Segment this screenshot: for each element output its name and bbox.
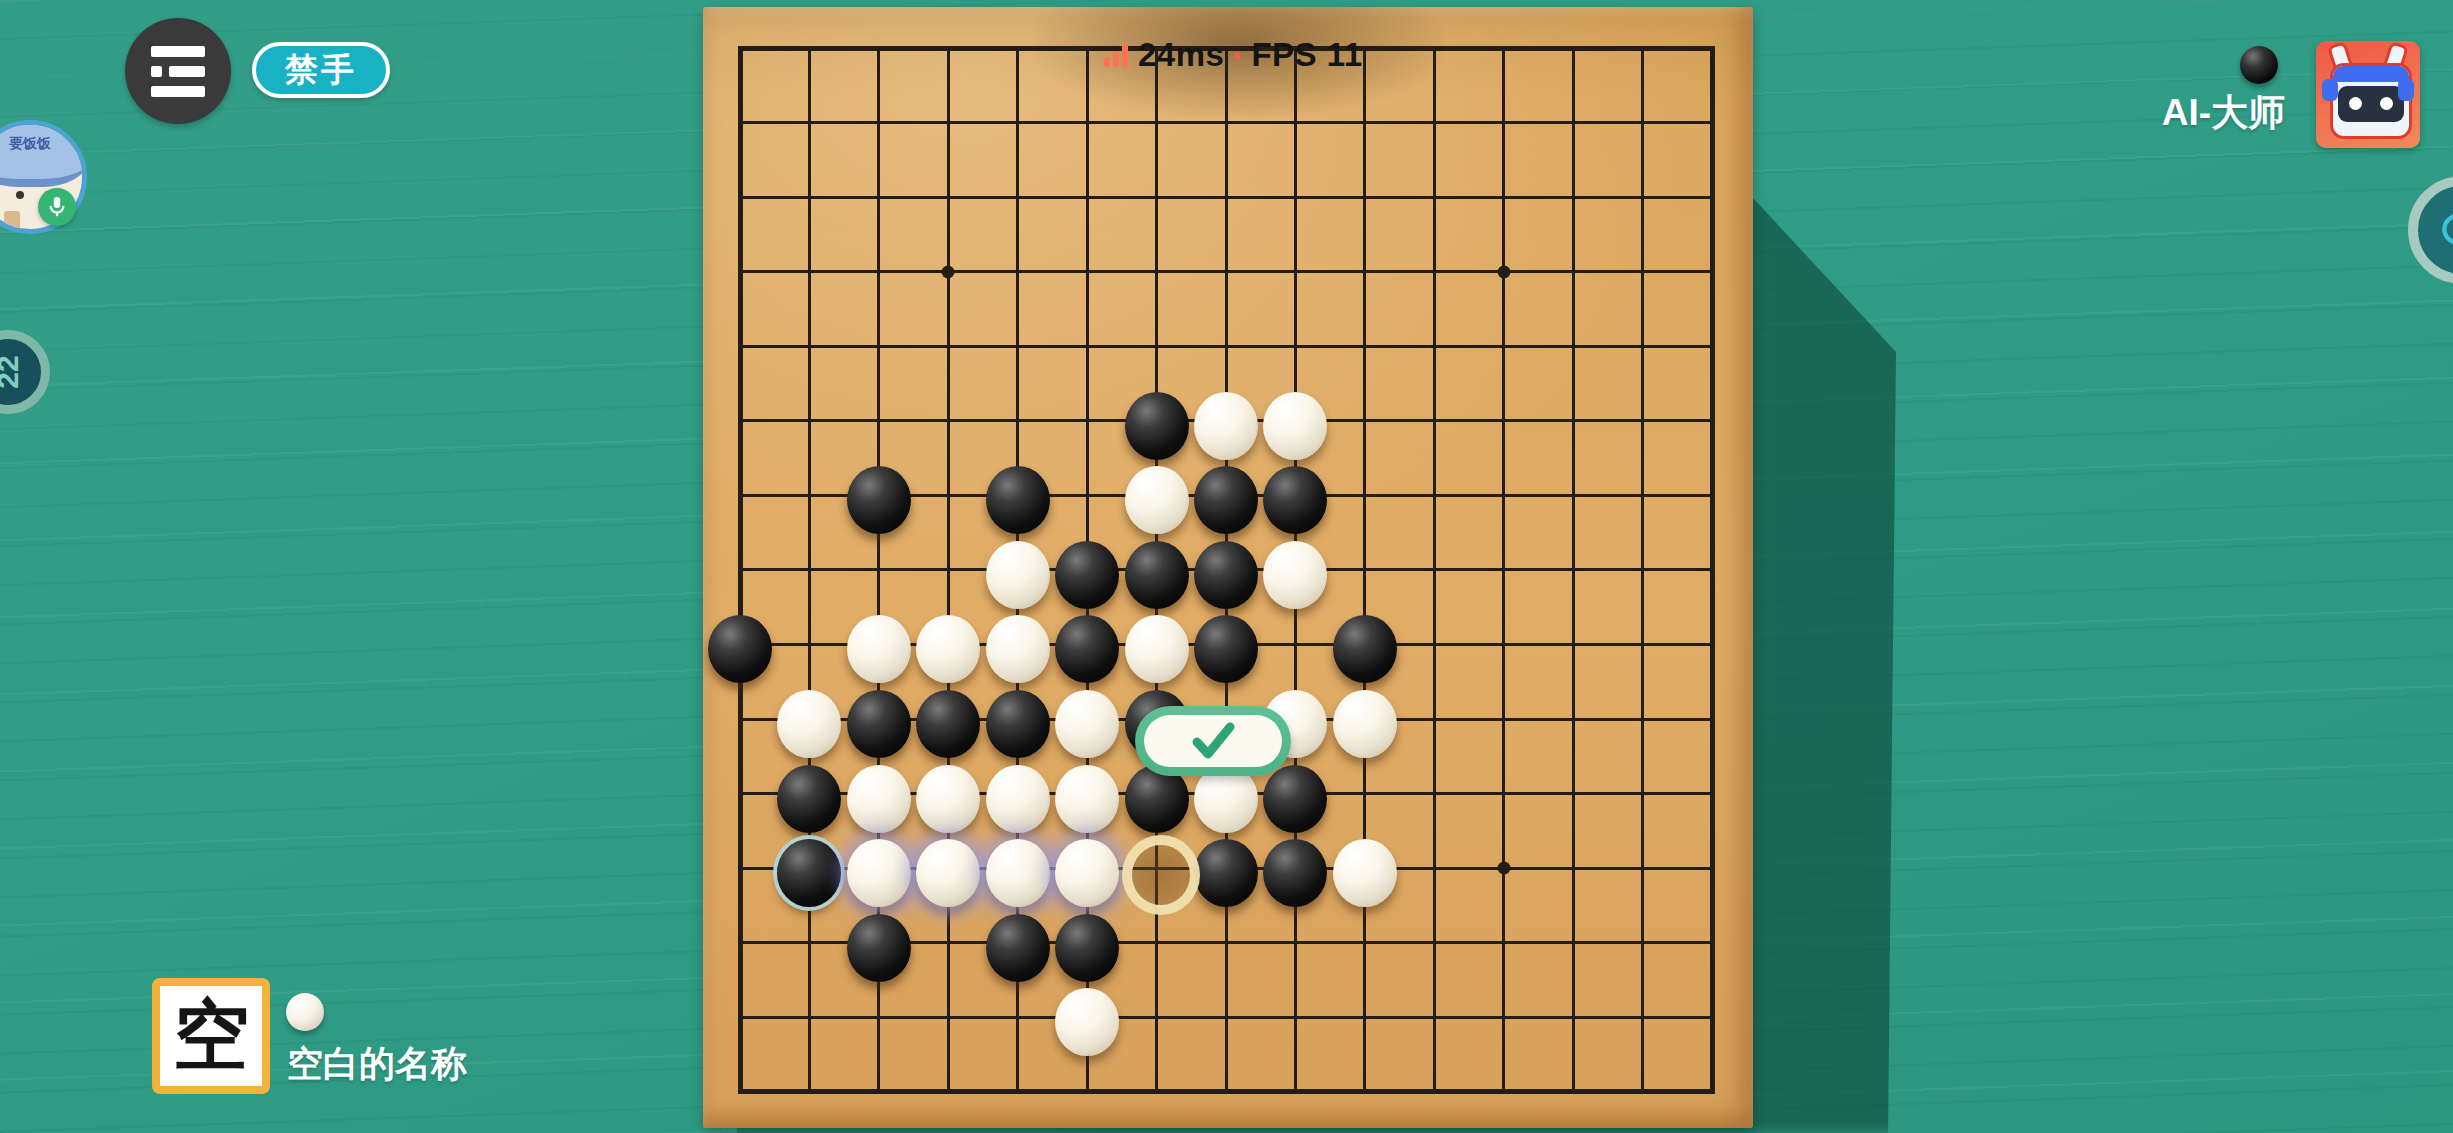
latency-value: 24ms — [1138, 36, 1224, 74]
black-stone — [1263, 839, 1327, 907]
tutorial-caption: 空白的名称 — [287, 1040, 467, 1089]
black-stone — [777, 765, 841, 833]
black-stone — [1333, 615, 1397, 683]
microphone-button[interactable] — [38, 188, 76, 226]
fps-value: FPS 11 — [1251, 36, 1362, 74]
black-stone — [847, 690, 911, 758]
robot-earcup-icon — [2322, 79, 2338, 101]
black-stone — [1055, 615, 1119, 683]
avatar-eye — [16, 191, 24, 199]
white-stone-threat-glow — [1055, 839, 1119, 907]
black-stone — [1194, 466, 1258, 534]
opponent-name: AI-大师 — [2162, 88, 2285, 138]
white-stone — [1263, 541, 1327, 609]
white-stone — [1125, 466, 1189, 534]
white-stone — [986, 541, 1050, 609]
performance-indicator: 24ms FPS 11 — [1104, 36, 1363, 74]
white-stone — [1055, 988, 1119, 1056]
white-stone — [1125, 615, 1189, 683]
black-stone — [1125, 541, 1189, 609]
black-stone — [916, 690, 980, 758]
black-stone — [1055, 914, 1119, 982]
avatar-cap-text: 要饭饭 — [0, 135, 87, 153]
avatar-cup — [4, 211, 20, 233]
opponent-color-stone-icon — [2240, 46, 2278, 84]
white-stone — [1194, 392, 1258, 460]
stones-layer — [705, 11, 1746, 1129]
white-stone-threat-glow — [847, 839, 911, 907]
white-stone-threat-glow — [986, 839, 1050, 907]
opponent-avatar[interactable] — [2316, 41, 2420, 148]
black-stone — [1194, 541, 1258, 609]
menu-icon-bottom — [151, 86, 205, 97]
counter-value: 22 — [0, 355, 25, 388]
menu-button[interactable] — [125, 18, 231, 124]
white-stone — [916, 615, 980, 683]
white-stone — [1055, 765, 1119, 833]
white-stone-icon — [286, 993, 324, 1031]
separator-dot-icon — [1234, 52, 1241, 59]
white-stone — [1263, 392, 1327, 460]
black-stone — [1055, 541, 1119, 609]
black-stone-last-move — [777, 839, 841, 907]
black-stone — [847, 466, 911, 534]
white-stone — [986, 615, 1050, 683]
robot-earcup-icon — [2398, 79, 2414, 101]
confirm-move-button[interactable] — [1135, 706, 1291, 776]
white-stone — [777, 690, 841, 758]
black-stone — [708, 615, 772, 683]
white-stone — [1333, 839, 1397, 907]
white-stone — [847, 615, 911, 683]
mic-icon — [46, 195, 68, 219]
game-screen: 24ms FPS 11 禁手 要饭饭 22 ⟳ AI-大师 — [0, 0, 2453, 1133]
black-stone — [1194, 839, 1258, 907]
white-stone — [986, 765, 1050, 833]
black-stone — [1125, 392, 1189, 460]
move-counter-badge: 22 — [0, 330, 50, 414]
black-stone — [986, 466, 1050, 534]
confirm-inner — [1144, 715, 1282, 767]
black-stone — [1263, 765, 1327, 833]
black-stone — [986, 690, 1050, 758]
checkmark-icon — [1188, 720, 1238, 762]
black-stone — [847, 914, 911, 982]
avatar-cap: 要饭饭 — [0, 121, 87, 187]
black-stone — [986, 914, 1050, 982]
menu-icon — [151, 46, 205, 57]
menu-icon-middle-row — [151, 66, 205, 77]
robot-head-icon — [2330, 63, 2412, 139]
white-stone — [1055, 690, 1119, 758]
white-stone — [916, 765, 980, 833]
black-stone — [1263, 466, 1327, 534]
forbidden-move-rule-toggle[interactable]: 禁手 — [252, 42, 390, 98]
signal-bars-icon — [1104, 44, 1128, 67]
black-stone — [1194, 615, 1258, 683]
tutorial-term-card: 空 — [152, 978, 270, 1094]
white-stone — [847, 765, 911, 833]
white-stone — [1333, 690, 1397, 758]
pending-move-marker[interactable] — [1122, 835, 1200, 915]
white-stone-threat-glow — [916, 839, 980, 907]
refresh-icon: ⟳ — [2440, 200, 2453, 260]
gomoku-board[interactable] — [703, 7, 1753, 1128]
refresh-button[interactable]: ⟳ — [2408, 176, 2453, 284]
